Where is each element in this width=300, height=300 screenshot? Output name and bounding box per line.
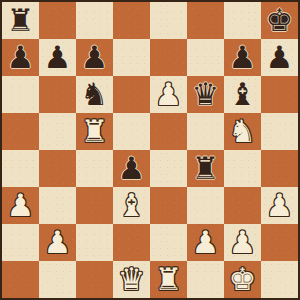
square-f8[interactable]	[187, 2, 224, 39]
square-g5[interactable]: ♞	[224, 113, 261, 150]
square-h4[interactable]	[261, 150, 298, 187]
square-g3[interactable]	[224, 187, 261, 224]
square-e1[interactable]: ♜	[150, 261, 187, 298]
piece-black-queen: ♛	[192, 76, 220, 113]
square-e5[interactable]	[150, 113, 187, 150]
square-g4[interactable]	[224, 150, 261, 187]
piece-black-pawn: ♟	[118, 150, 146, 187]
square-e3[interactable]	[150, 187, 187, 224]
square-d8[interactable]	[113, 2, 150, 39]
square-g6[interactable]: ♝	[224, 76, 261, 113]
square-c7[interactable]: ♟	[76, 39, 113, 76]
square-a7[interactable]: ♟	[2, 39, 39, 76]
square-a6[interactable]	[2, 76, 39, 113]
square-b3[interactable]	[39, 187, 76, 224]
square-a3[interactable]: ♟	[2, 187, 39, 224]
square-b5[interactable]	[39, 113, 76, 150]
square-f4[interactable]: ♜	[187, 150, 224, 187]
square-h8[interactable]: ♚	[261, 2, 298, 39]
piece-black-pawn: ♟	[81, 39, 109, 76]
square-f3[interactable]	[187, 187, 224, 224]
square-h1[interactable]	[261, 261, 298, 298]
square-a4[interactable]	[2, 150, 39, 187]
square-d5[interactable]	[113, 113, 150, 150]
piece-black-pawn: ♟	[229, 39, 257, 76]
square-c8[interactable]	[76, 2, 113, 39]
square-f2[interactable]: ♟	[187, 224, 224, 261]
piece-white-pawn: ♟	[44, 224, 72, 261]
square-b6[interactable]	[39, 76, 76, 113]
square-b2[interactable]: ♟	[39, 224, 76, 261]
square-g1[interactable]: ♚	[224, 261, 261, 298]
square-e6[interactable]: ♟	[150, 76, 187, 113]
square-b1[interactable]	[39, 261, 76, 298]
chess-diagram: ♜♚♟♟♟♟♟♞♟♛♝♜♞♟♜♟♝♟♟♟♟♛♜♚	[0, 0, 300, 300]
square-c6[interactable]: ♞	[76, 76, 113, 113]
square-e4[interactable]	[150, 150, 187, 187]
square-c3[interactable]	[76, 187, 113, 224]
square-a2[interactable]	[2, 224, 39, 261]
piece-white-pawn: ♟	[155, 76, 183, 113]
square-d6[interactable]	[113, 76, 150, 113]
square-d3[interactable]: ♝	[113, 187, 150, 224]
square-b8[interactable]	[39, 2, 76, 39]
piece-white-pawn: ♟	[229, 224, 257, 261]
square-e7[interactable]	[150, 39, 187, 76]
piece-white-king: ♚	[229, 261, 257, 298]
piece-black-rook: ♜	[7, 2, 35, 39]
piece-white-pawn: ♟	[192, 224, 220, 261]
piece-white-rook: ♜	[81, 113, 109, 150]
piece-black-king: ♚	[266, 2, 294, 39]
square-d7[interactable]	[113, 39, 150, 76]
square-h7[interactable]: ♟	[261, 39, 298, 76]
square-g7[interactable]: ♟	[224, 39, 261, 76]
square-d2[interactable]	[113, 224, 150, 261]
square-b7[interactable]: ♟	[39, 39, 76, 76]
piece-black-bishop: ♝	[229, 76, 257, 113]
square-h6[interactable]	[261, 76, 298, 113]
square-a5[interactable]	[2, 113, 39, 150]
square-b4[interactable]	[39, 150, 76, 187]
square-e8[interactable]	[150, 2, 187, 39]
piece-white-knight: ♞	[229, 113, 257, 150]
piece-black-pawn: ♟	[7, 39, 35, 76]
square-c5[interactable]: ♜	[76, 113, 113, 150]
square-e2[interactable]	[150, 224, 187, 261]
square-a1[interactable]	[2, 261, 39, 298]
square-d1[interactable]: ♛	[113, 261, 150, 298]
piece-black-knight: ♞	[81, 76, 109, 113]
square-f6[interactable]: ♛	[187, 76, 224, 113]
square-f7[interactable]	[187, 39, 224, 76]
square-f1[interactable]	[187, 261, 224, 298]
chess-board: ♜♚♟♟♟♟♟♞♟♛♝♜♞♟♜♟♝♟♟♟♟♛♜♚	[0, 0, 300, 300]
piece-white-queen: ♛	[118, 261, 146, 298]
piece-black-pawn: ♟	[266, 39, 294, 76]
square-c4[interactable]	[76, 150, 113, 187]
piece-white-bishop: ♝	[118, 187, 146, 224]
piece-black-pawn: ♟	[44, 39, 72, 76]
square-a8[interactable]: ♜	[2, 2, 39, 39]
square-c1[interactable]	[76, 261, 113, 298]
square-f5[interactable]	[187, 113, 224, 150]
piece-white-pawn: ♟	[266, 187, 294, 224]
square-h3[interactable]: ♟	[261, 187, 298, 224]
square-h5[interactable]	[261, 113, 298, 150]
piece-white-pawn: ♟	[7, 187, 35, 224]
piece-black-rook: ♜	[192, 150, 220, 187]
square-g2[interactable]: ♟	[224, 224, 261, 261]
piece-white-rook: ♜	[155, 261, 183, 298]
square-d4[interactable]: ♟	[113, 150, 150, 187]
square-h2[interactable]	[261, 224, 298, 261]
square-g8[interactable]	[224, 2, 261, 39]
square-c2[interactable]	[76, 224, 113, 261]
